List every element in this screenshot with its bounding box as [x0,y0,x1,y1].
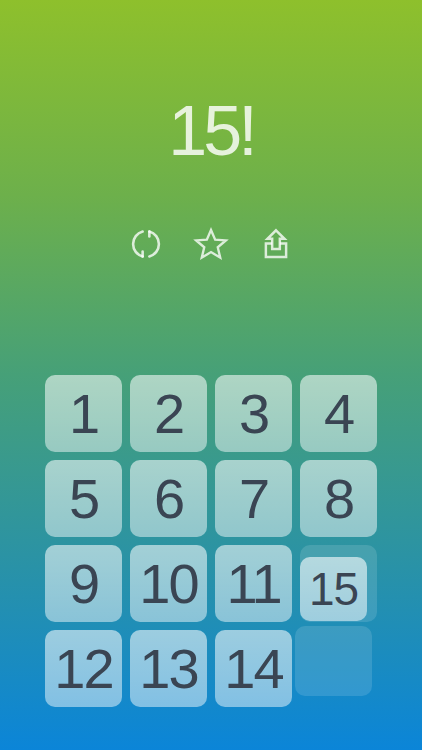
tile-14[interactable]: 14 [215,630,292,707]
tile-8[interactable]: 8 [300,460,377,537]
tile-4[interactable]: 4 [300,375,377,452]
tile-3[interactable]: 3 [215,375,292,452]
tile-2[interactable]: 2 [130,375,207,452]
tile-12[interactable]: 12 [45,630,122,707]
tile-5[interactable]: 5 [45,460,122,537]
ghost-slot-r3c4: 15 [300,545,377,622]
puzzle-board: 1 2 3 4 5 6 7 8 9 10 11 15 12 13 14 [45,375,377,707]
star-icon[interactable] [193,226,229,262]
tile-10[interactable]: 10 [130,545,207,622]
tile-6[interactable]: 6 [130,460,207,537]
restart-icon[interactable] [128,226,164,262]
tile-15[interactable]: 15 [300,557,367,621]
tile-9[interactable]: 9 [45,545,122,622]
toolbar [0,226,422,262]
empty-slot [295,626,372,696]
app-screen: 15! [0,0,422,750]
tile-1[interactable]: 1 [45,375,122,452]
tile-7[interactable]: 7 [215,460,292,537]
share-icon[interactable] [258,226,294,262]
app-title: 15! [0,96,422,166]
tile-13[interactable]: 13 [130,630,207,707]
tile-11[interactable]: 11 [215,545,292,622]
